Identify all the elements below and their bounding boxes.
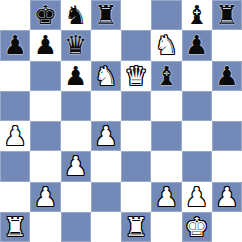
- white-pawn-piece[interactable]: ♟: [215, 184, 238, 210]
- square-d3[interactable]: [91, 151, 121, 181]
- square-d8[interactable]: ♜: [91, 0, 121, 30]
- square-h2[interactable]: ♟: [212, 182, 242, 212]
- white-knight-piece[interactable]: ♞: [94, 63, 117, 89]
- black-rook-piece[interactable]: ♜: [94, 2, 117, 28]
- square-g8[interactable]: ♝: [182, 0, 212, 30]
- white-pawn-piece[interactable]: ♟: [155, 184, 178, 210]
- square-b1[interactable]: [30, 212, 60, 242]
- square-e7[interactable]: [121, 30, 151, 60]
- white-rook-piece[interactable]: ♜: [124, 214, 147, 240]
- square-d1[interactable]: [91, 212, 121, 242]
- square-f1[interactable]: [151, 212, 181, 242]
- square-a2[interactable]: [0, 182, 30, 212]
- black-pawn-piece[interactable]: ♟: [185, 32, 208, 58]
- square-g7[interactable]: ♟: [182, 30, 212, 60]
- square-h4[interactable]: [212, 121, 242, 151]
- white-queen-piece[interactable]: ♛: [124, 63, 147, 89]
- white-pawn-piece[interactable]: ♟: [185, 184, 208, 210]
- square-c3[interactable]: ♟: [61, 151, 91, 181]
- square-g6[interactable]: [182, 61, 212, 91]
- square-a7[interactable]: ♟: [0, 30, 30, 60]
- square-b7[interactable]: ♟: [30, 30, 60, 60]
- square-b6[interactable]: [30, 61, 60, 91]
- square-b2[interactable]: ♟: [30, 182, 60, 212]
- black-rook-piece[interactable]: ♜: [215, 2, 238, 28]
- square-d2[interactable]: [91, 182, 121, 212]
- square-h5[interactable]: [212, 91, 242, 121]
- square-c4[interactable]: [61, 121, 91, 151]
- black-queen-piece[interactable]: ♛: [64, 32, 87, 58]
- square-h6[interactable]: ♟: [212, 61, 242, 91]
- black-bishop-piece[interactable]: ♝: [155, 63, 178, 89]
- square-f2[interactable]: ♟: [151, 182, 181, 212]
- square-a3[interactable]: [0, 151, 30, 181]
- black-pawn-piece[interactable]: ♟: [64, 63, 87, 89]
- black-pawn-piece[interactable]: ♟: [34, 32, 57, 58]
- square-d4[interactable]: ♟: [91, 121, 121, 151]
- square-a6[interactable]: [0, 61, 30, 91]
- square-g3[interactable]: [182, 151, 212, 181]
- square-e2[interactable]: [121, 182, 151, 212]
- square-f8[interactable]: [151, 0, 181, 30]
- square-b8[interactable]: ♚: [30, 0, 60, 30]
- white-king-piece[interactable]: ♚: [185, 214, 208, 240]
- square-a4[interactable]: ♟: [0, 121, 30, 151]
- square-c8[interactable]: ♞: [61, 0, 91, 30]
- black-king-piece[interactable]: ♚: [34, 2, 57, 28]
- square-g2[interactable]: ♟: [182, 182, 212, 212]
- square-e5[interactable]: [121, 91, 151, 121]
- square-d6[interactable]: ♞: [91, 61, 121, 91]
- square-h8[interactable]: ♜: [212, 0, 242, 30]
- white-pawn-piece[interactable]: ♟: [3, 123, 26, 149]
- square-f3[interactable]: [151, 151, 181, 181]
- square-e1[interactable]: ♜: [121, 212, 151, 242]
- square-b3[interactable]: [30, 151, 60, 181]
- white-pawn-piece[interactable]: ♟: [34, 184, 57, 210]
- black-knight-piece[interactable]: ♞: [64, 2, 87, 28]
- white-pawn-piece[interactable]: ♟: [64, 153, 87, 179]
- square-d7[interactable]: [91, 30, 121, 60]
- square-f7[interactable]: ♞: [151, 30, 181, 60]
- black-bishop-piece[interactable]: ♝: [185, 2, 208, 28]
- square-h3[interactable]: [212, 151, 242, 181]
- black-pawn-piece[interactable]: ♟: [3, 32, 26, 58]
- square-g4[interactable]: [182, 121, 212, 151]
- square-b5[interactable]: [30, 91, 60, 121]
- square-e6[interactable]: ♛: [121, 61, 151, 91]
- square-b4[interactable]: [30, 121, 60, 151]
- square-c2[interactable]: [61, 182, 91, 212]
- square-h1[interactable]: [212, 212, 242, 242]
- square-d5[interactable]: [91, 91, 121, 121]
- square-f6[interactable]: ♝: [151, 61, 181, 91]
- black-pawn-piece[interactable]: ♟: [215, 63, 238, 89]
- square-c7[interactable]: ♛: [61, 30, 91, 60]
- square-a8[interactable]: [0, 0, 30, 30]
- square-e8[interactable]: [121, 0, 151, 30]
- white-rook-piece[interactable]: ♜: [3, 214, 26, 240]
- square-f5[interactable]: [151, 91, 181, 121]
- square-a1[interactable]: ♜: [0, 212, 30, 242]
- square-c5[interactable]: [61, 91, 91, 121]
- square-e3[interactable]: [121, 151, 151, 181]
- square-c1[interactable]: [61, 212, 91, 242]
- square-h7[interactable]: [212, 30, 242, 60]
- white-knight-piece[interactable]: ♞: [155, 32, 178, 58]
- square-g1[interactable]: ♚: [182, 212, 212, 242]
- square-e4[interactable]: [121, 121, 151, 151]
- square-g5[interactable]: [182, 91, 212, 121]
- white-pawn-piece[interactable]: ♟: [94, 123, 117, 149]
- chess-board: ♚♞♜♝♜♟♟♛♞♟♟♞♛♝♟♟♟♟♟♟♟♟♜♜♚: [0, 0, 242, 242]
- square-c6[interactable]: ♟: [61, 61, 91, 91]
- square-a5[interactable]: [0, 91, 30, 121]
- square-f4[interactable]: [151, 121, 181, 151]
